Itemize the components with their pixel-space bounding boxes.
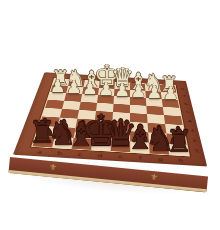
board-grid (31, 78, 190, 157)
square-f1[interactable] (130, 141, 150, 153)
rank-label-3: 3 (189, 126, 196, 136)
square-e1[interactable] (111, 140, 131, 152)
rank-label-4: 4 (187, 117, 193, 126)
file-label-e: e (110, 154, 130, 161)
rank-label-1: 1 (193, 146, 200, 158)
brass-clasp-icon: ⚜ (150, 172, 159, 183)
brass-clasp-icon: ⚜ (49, 162, 58, 173)
file-label-h: h (170, 157, 191, 164)
square-g1[interactable] (149, 143, 169, 155)
square-d1[interactable] (91, 139, 111, 151)
square-b1[interactable] (52, 137, 74, 149)
chess-set-product-photo: abcdefgh 87654321 ⚜ ⚜ ♜♞♝♚♛♝♞♜♟♟♟♟♟♟♟♟♟♟… (0, 0, 220, 230)
file-label-g: g (150, 156, 171, 163)
square-c1[interactable] (72, 138, 93, 150)
rank-label-5: 5 (185, 108, 191, 117)
file-label-d: d (90, 152, 111, 159)
chessboard-3d-wrap: abcdefgh 87654321 (0, 0, 220, 230)
chessboard: abcdefgh 87654321 (13, 72, 207, 166)
square-h1[interactable] (168, 144, 189, 156)
file-label-f: f (130, 155, 150, 162)
file-label-b: b (49, 150, 70, 157)
file-label-c: c (69, 151, 90, 158)
file-label-a: a (29, 149, 51, 156)
rank-label-2: 2 (191, 135, 198, 146)
